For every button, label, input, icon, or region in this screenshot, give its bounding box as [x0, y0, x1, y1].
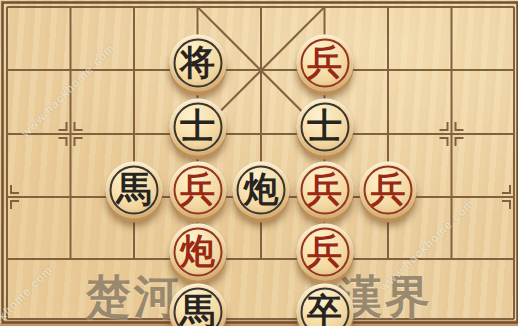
piece-red-cannon[interactable]: 炮 [169, 224, 226, 281]
piece-glyph: 炮 [180, 234, 215, 269]
piece-glyph: 士 [307, 109, 342, 144]
piece-black-cannon[interactable]: 炮 [233, 162, 290, 219]
piece-glyph: 兵 [371, 172, 406, 207]
piece-red-soldier-5[interactable]: 兵 [296, 224, 353, 281]
piece-black-horse-1[interactable]: 馬 [106, 162, 163, 219]
piece-red-soldier-4[interactable]: 兵 [360, 162, 417, 219]
river-label-chu-he: 楚河 [86, 275, 182, 320]
piece-glyph: 将 [180, 45, 215, 80]
piece-glyph: 兵 [180, 172, 215, 207]
piece-glyph: 炮 [244, 172, 279, 207]
piece-black-advisor-1[interactable]: 士 [169, 99, 226, 156]
piece-black-general[interactable]: 将 [169, 35, 226, 92]
piece-red-soldier-3[interactable]: 兵 [296, 162, 353, 219]
piece-glyph: 馬 [117, 172, 152, 207]
xiangqi-board: 楚河 漢界 www.hackhome.comwww.hackhome.comww… [0, 0, 518, 326]
piece-black-advisor-2[interactable]: 士 [296, 99, 353, 156]
piece-glyph: 兵 [307, 45, 342, 80]
piece-glyph: 兵 [307, 172, 342, 207]
piece-glyph: 卒 [307, 294, 342, 326]
piece-red-soldier-2[interactable]: 兵 [169, 162, 226, 219]
piece-glyph: 士 [180, 109, 215, 144]
piece-glyph: 馬 [180, 294, 215, 326]
piece-glyph: 兵 [307, 234, 342, 269]
piece-red-soldier-1[interactable]: 兵 [296, 35, 353, 92]
